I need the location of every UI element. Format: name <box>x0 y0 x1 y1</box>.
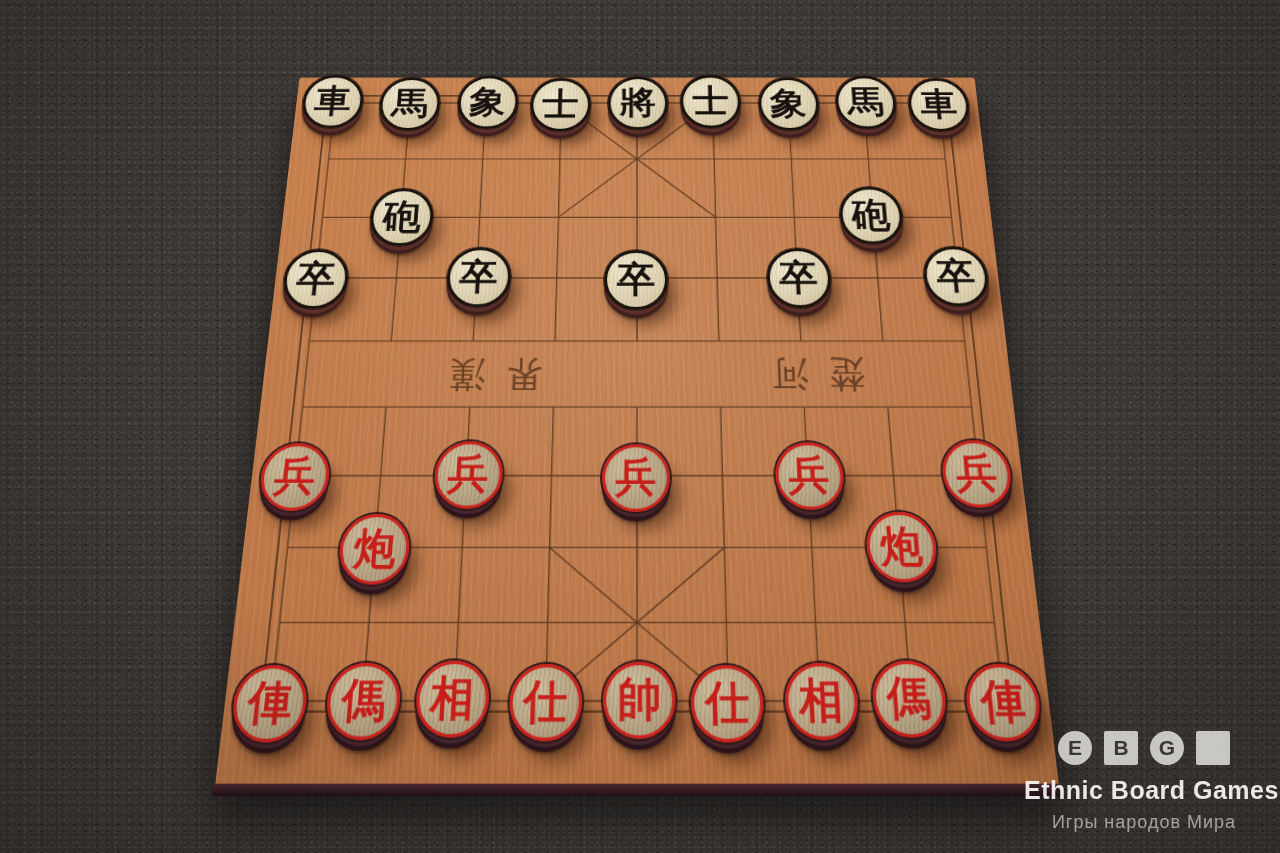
piece-character: 卒 <box>778 259 818 295</box>
piece-character: 兵 <box>447 453 490 494</box>
logo-solid-square <box>1196 731 1230 765</box>
photo-scene: 漢 界 河 楚 車馬象士將士象馬車砲砲卒卒卒卒卒兵兵兵兵兵炮炮俥傌相仕帥仕相傌俥… <box>0 0 1280 853</box>
watermark-logo: E B G Ethnic Board Games Игры народов Ми… <box>1024 731 1264 833</box>
piece-character: 士 <box>692 85 729 117</box>
piece-character: 卒 <box>617 261 656 297</box>
logo-letter-g: G <box>1150 731 1184 765</box>
piece-character: 士 <box>542 88 579 120</box>
logo-shapes: E B G <box>1024 731 1264 765</box>
piece-character: 卒 <box>935 257 977 293</box>
piece-character: 兵 <box>272 455 317 496</box>
piece-character: 車 <box>919 88 959 120</box>
piece-character: 砲 <box>851 197 891 232</box>
piece-character: 兵 <box>954 452 999 493</box>
piece-black-general-f5[interactable]: 將 <box>608 77 668 130</box>
piece-character: 傌 <box>340 677 388 724</box>
piece-red-general-f5[interactable]: 帥 <box>603 662 676 739</box>
piece-character: 帥 <box>617 675 661 722</box>
piece-character: 兵 <box>787 454 830 495</box>
piece-character: 象 <box>469 85 507 117</box>
piece-character: 俥 <box>978 678 1027 725</box>
piece-character: 車 <box>313 85 353 117</box>
piece-character: 炮 <box>352 526 397 569</box>
piece-character: 馬 <box>846 85 885 117</box>
piece-character: 傌 <box>885 674 933 721</box>
piece-character: 砲 <box>382 199 423 234</box>
logo-letter-b: B <box>1104 731 1138 765</box>
piece-character: 俥 <box>245 679 294 726</box>
piece-character: 將 <box>620 86 657 118</box>
piece-character: 馬 <box>391 87 430 119</box>
watermark-title: Ethnic Board Games <box>1024 776 1264 805</box>
piece-character: 炮 <box>878 524 923 567</box>
watermark-subtitle: Игры народов Мира <box>1024 812 1264 833</box>
piece-character: 象 <box>769 87 807 119</box>
piece-black-soldier-f5[interactable]: 卒 <box>604 250 668 310</box>
piece-character: 仕 <box>705 679 750 726</box>
piece-character: 卒 <box>458 258 498 294</box>
piece-character: 仕 <box>523 678 568 725</box>
piece-character: 相 <box>429 674 475 721</box>
xiangqi-board: 漢 界 河 楚 車馬象士將士象馬車砲砲卒卒卒卒卒兵兵兵兵兵炮炮俥傌相仕帥仕相傌俥 <box>215 78 1059 785</box>
logo-letter-e: E <box>1058 731 1092 765</box>
piece-red-soldier-f5[interactable]: 兵 <box>602 444 671 512</box>
piece-character: 卒 <box>295 260 337 296</box>
piece-character: 兵 <box>615 456 656 497</box>
piece-character: 相 <box>798 677 844 724</box>
